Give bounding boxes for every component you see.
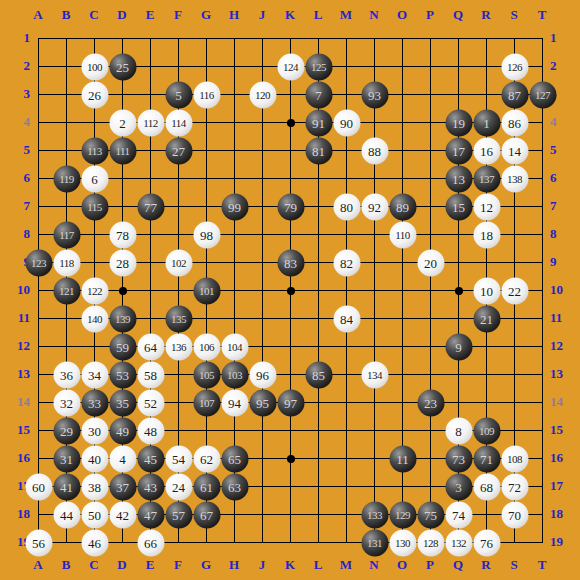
stone-black-K9[interactable]: 83 — [277, 249, 304, 276]
stone-black-C14[interactable]: 33 — [81, 389, 108, 416]
row-label-right-6: 6 — [550, 171, 576, 185]
stone-black-E16[interactable]: 45 — [137, 445, 164, 472]
stone-white-J3[interactable]: 120 — [249, 81, 276, 108]
stone-white-G3[interactable]: 116 — [193, 81, 220, 108]
col-label-bottom-Q: Q — [445, 558, 471, 572]
stone-white-A19[interactable]: 56 — [25, 529, 52, 556]
stone-black-D2[interactable]: 25 — [109, 53, 136, 80]
stone-white-F4[interactable]: 114 — [165, 109, 192, 136]
stone-white-C17[interactable]: 38 — [81, 473, 108, 500]
stone-white-D9[interactable]: 28 — [109, 249, 136, 276]
star-point-K4 — [287, 119, 295, 127]
col-label-top-L: L — [305, 8, 331, 22]
stone-white-D8[interactable]: 78 — [109, 221, 136, 248]
stone-black-Q4[interactable]: 19 — [445, 109, 472, 136]
stone-white-B9[interactable]: 118 — [53, 249, 80, 276]
stone-black-R15[interactable]: 109 — [473, 417, 500, 444]
stone-white-A17[interactable]: 60 — [25, 473, 52, 500]
stone-black-A9[interactable]: 123 — [25, 249, 52, 276]
col-label-bottom-A: A — [25, 558, 51, 572]
stone-black-P18[interactable]: 75 — [417, 501, 444, 528]
stone-black-G17[interactable]: 61 — [193, 473, 220, 500]
stone-white-M9[interactable]: 82 — [333, 249, 360, 276]
stone-white-E19[interactable]: 66 — [137, 529, 164, 556]
stone-white-O19[interactable]: 130 — [389, 529, 416, 556]
stone-white-H14[interactable]: 94 — [221, 389, 248, 416]
stone-black-G18[interactable]: 67 — [193, 501, 220, 528]
stone-black-R16[interactable]: 71 — [473, 445, 500, 472]
col-label-bottom-P: P — [417, 558, 443, 572]
stone-white-F12[interactable]: 136 — [165, 333, 192, 360]
col-label-top-G: G — [193, 8, 219, 22]
row-label-left-1: 1 — [4, 31, 30, 45]
stone-black-D5[interactable]: 111 — [109, 137, 136, 164]
row-label-left-5: 5 — [4, 143, 30, 157]
col-label-bottom-O: O — [389, 558, 415, 572]
row-label-right-1: 1 — [550, 31, 576, 45]
stone-black-N3[interactable]: 93 — [361, 81, 388, 108]
stone-black-G10[interactable]: 101 — [193, 277, 220, 304]
stone-white-S18[interactable]: 70 — [501, 501, 528, 528]
stone-white-E4[interactable]: 112 — [137, 109, 164, 136]
row-label-left-18: 18 — [4, 507, 30, 521]
stone-black-G14[interactable]: 107 — [193, 389, 220, 416]
row-label-left-2: 2 — [4, 59, 30, 73]
row-label-left-13: 13 — [4, 367, 30, 381]
stone-white-D16[interactable]: 4 — [109, 445, 136, 472]
col-label-bottom-D: D — [109, 558, 135, 572]
stone-white-R19[interactable]: 76 — [473, 529, 500, 556]
row-label-right-19: 19 — [550, 535, 576, 549]
stone-white-C19[interactable]: 46 — [81, 529, 108, 556]
star-point-Q10 — [455, 287, 463, 295]
stone-white-C11[interactable]: 140 — [81, 305, 108, 332]
row-label-left-3: 3 — [4, 87, 30, 101]
col-label-bottom-C: C — [81, 558, 107, 572]
row-label-left-12: 12 — [4, 339, 30, 353]
row-label-right-8: 8 — [550, 227, 576, 241]
stone-white-G16[interactable]: 62 — [193, 445, 220, 472]
col-label-top-P: P — [417, 8, 443, 22]
row-label-left-8: 8 — [4, 227, 30, 241]
col-label-top-M: M — [333, 8, 359, 22]
stone-white-C18[interactable]: 50 — [81, 501, 108, 528]
stone-white-E15[interactable]: 48 — [137, 417, 164, 444]
stone-white-R8[interactable]: 18 — [473, 221, 500, 248]
stone-white-S4[interactable]: 86 — [501, 109, 528, 136]
row-label-right-17: 17 — [550, 479, 576, 493]
stone-black-D15[interactable]: 49 — [109, 417, 136, 444]
col-label-bottom-M: M — [333, 558, 359, 572]
stone-white-C10[interactable]: 122 — [81, 277, 108, 304]
stone-black-C5[interactable]: 113 — [81, 137, 108, 164]
stone-black-R6[interactable]: 137 — [473, 165, 500, 192]
stone-black-H7[interactable]: 99 — [221, 193, 248, 220]
col-label-bottom-F: F — [165, 558, 191, 572]
stone-white-O8[interactable]: 110 — [389, 221, 416, 248]
col-label-top-O: O — [389, 8, 415, 22]
stone-white-K2[interactable]: 124 — [277, 53, 304, 80]
row-label-left-7: 7 — [4, 199, 30, 213]
stone-white-D18[interactable]: 42 — [109, 501, 136, 528]
stone-black-K14[interactable]: 97 — [277, 389, 304, 416]
stone-black-F3[interactable]: 5 — [165, 81, 192, 108]
row-label-right-14: 14 — [550, 395, 576, 409]
stone-white-B18[interactable]: 44 — [53, 501, 80, 528]
row-label-right-13: 13 — [550, 367, 576, 381]
row-label-right-4: 4 — [550, 115, 576, 129]
stone-black-Q6[interactable]: 13 — [445, 165, 472, 192]
col-label-bottom-E: E — [137, 558, 163, 572]
stone-black-G13[interactable]: 105 — [193, 361, 220, 388]
stone-white-G12[interactable]: 106 — [193, 333, 220, 360]
stone-black-Q16[interactable]: 73 — [445, 445, 472, 472]
stone-white-S6[interactable]: 138 — [501, 165, 528, 192]
stone-black-D11[interactable]: 139 — [109, 305, 136, 332]
stone-white-N7[interactable]: 92 — [361, 193, 388, 220]
stone-black-H17[interactable]: 63 — [221, 473, 248, 500]
stone-black-Q17[interactable]: 3 — [445, 473, 472, 500]
stone-black-O7[interactable]: 89 — [389, 193, 416, 220]
stone-black-Q12[interactable]: 9 — [445, 333, 472, 360]
stone-black-D13[interactable]: 53 — [109, 361, 136, 388]
go-board[interactable]: AABBCCDDEEFFGGHHJJKKLLMMNNOOPPQQRRSSTT11… — [0, 0, 580, 580]
stone-white-C6[interactable]: 6 — [81, 165, 108, 192]
stone-black-H13[interactable]: 103 — [221, 361, 248, 388]
stone-white-R17[interactable]: 68 — [473, 473, 500, 500]
stone-white-E12[interactable]: 64 — [137, 333, 164, 360]
col-label-top-T: T — [529, 8, 555, 22]
stone-white-R10[interactable]: 10 — [473, 277, 500, 304]
stone-black-E7[interactable]: 77 — [137, 193, 164, 220]
star-point-D10 — [119, 287, 127, 295]
stone-white-C3[interactable]: 26 — [81, 81, 108, 108]
stone-black-K7[interactable]: 79 — [277, 193, 304, 220]
stone-black-F5[interactable]: 27 — [165, 137, 192, 164]
stone-white-D4[interactable]: 2 — [109, 109, 136, 136]
row-label-right-18: 18 — [550, 507, 576, 521]
grid-line-vertical — [374, 38, 375, 543]
stone-black-O18[interactable]: 129 — [389, 501, 416, 528]
col-label-top-J: J — [249, 8, 275, 22]
col-label-top-H: H — [221, 8, 247, 22]
stone-black-N18[interactable]: 133 — [361, 501, 388, 528]
stone-white-Q15[interactable]: 8 — [445, 417, 472, 444]
col-label-top-N: N — [361, 8, 387, 22]
grid-line-vertical — [430, 38, 431, 543]
col-label-bottom-B: B — [53, 558, 79, 572]
col-label-bottom-L: L — [305, 558, 331, 572]
stone-black-L2[interactable]: 125 — [305, 53, 332, 80]
row-label-left-15: 15 — [4, 423, 30, 437]
row-label-left-16: 16 — [4, 451, 30, 465]
stone-black-L3[interactable]: 7 — [305, 81, 332, 108]
stone-white-G8[interactable]: 98 — [193, 221, 220, 248]
col-label-bottom-G: G — [193, 558, 219, 572]
stone-black-Q7[interactable]: 15 — [445, 193, 472, 220]
stone-white-Q19[interactable]: 132 — [445, 529, 472, 556]
stone-black-R11[interactable]: 21 — [473, 305, 500, 332]
stone-white-P19[interactable]: 128 — [417, 529, 444, 556]
col-label-top-C: C — [81, 8, 107, 22]
col-label-bottom-R: R — [473, 558, 499, 572]
col-label-bottom-J: J — [249, 558, 275, 572]
row-label-right-7: 7 — [550, 199, 576, 213]
row-label-right-12: 12 — [550, 339, 576, 353]
stone-white-S17[interactable]: 72 — [501, 473, 528, 500]
stone-white-E13[interactable]: 58 — [137, 361, 164, 388]
stone-white-B14[interactable]: 32 — [53, 389, 80, 416]
col-label-bottom-H: H — [221, 558, 247, 572]
stone-black-H16[interactable]: 65 — [221, 445, 248, 472]
row-label-left-10: 10 — [4, 283, 30, 297]
row-label-right-5: 5 — [550, 143, 576, 157]
col-label-top-A: A — [25, 8, 51, 22]
col-label-top-B: B — [53, 8, 79, 22]
stone-white-F17[interactable]: 24 — [165, 473, 192, 500]
stone-white-N5[interactable]: 88 — [361, 137, 388, 164]
stone-black-E17[interactable]: 43 — [137, 473, 164, 500]
col-label-bottom-T: T — [529, 558, 555, 572]
stone-white-H12[interactable]: 104 — [221, 333, 248, 360]
col-label-bottom-S: S — [501, 558, 527, 572]
stone-black-B8[interactable]: 117 — [53, 221, 80, 248]
col-label-top-E: E — [137, 8, 163, 22]
stone-black-B15[interactable]: 29 — [53, 417, 80, 444]
stone-white-Q18[interactable]: 74 — [445, 501, 472, 528]
stone-black-D14[interactable]: 35 — [109, 389, 136, 416]
grid-line-vertical — [542, 38, 543, 543]
stone-white-M7[interactable]: 80 — [333, 193, 360, 220]
row-label-right-10: 10 — [550, 283, 576, 297]
col-label-top-F: F — [165, 8, 191, 22]
stone-white-N13[interactable]: 134 — [361, 361, 388, 388]
stone-black-D12[interactable]: 59 — [109, 333, 136, 360]
stone-white-F16[interactable]: 54 — [165, 445, 192, 472]
col-label-top-R: R — [473, 8, 499, 22]
star-point-K10 — [287, 287, 295, 295]
stone-white-C16[interactable]: 40 — [81, 445, 108, 472]
stone-black-B16[interactable]: 31 — [53, 445, 80, 472]
stone-white-C15[interactable]: 30 — [81, 417, 108, 444]
stone-black-O16[interactable]: 11 — [389, 445, 416, 472]
stone-white-J13[interactable]: 96 — [249, 361, 276, 388]
stone-white-S5[interactable]: 14 — [501, 137, 528, 164]
stone-white-M11[interactable]: 84 — [333, 305, 360, 332]
col-label-top-Q: Q — [445, 8, 471, 22]
row-label-right-16: 16 — [550, 451, 576, 465]
stone-black-T3[interactable]: 127 — [529, 81, 556, 108]
stone-black-B6[interactable]: 119 — [53, 165, 80, 192]
stone-black-S3[interactable]: 87 — [501, 81, 528, 108]
stone-black-F11[interactable]: 135 — [165, 305, 192, 332]
stone-white-S2[interactable]: 126 — [501, 53, 528, 80]
stone-black-B17[interactable]: 41 — [53, 473, 80, 500]
col-label-top-K: K — [277, 8, 303, 22]
row-label-right-11: 11 — [550, 311, 576, 325]
row-label-right-2: 2 — [550, 59, 576, 73]
row-label-left-14: 14 — [4, 395, 30, 409]
stone-black-N19[interactable]: 131 — [361, 529, 388, 556]
stone-black-L5[interactable]: 81 — [305, 137, 332, 164]
stone-white-M4[interactable]: 90 — [333, 109, 360, 136]
stone-black-E18[interactable]: 47 — [137, 501, 164, 528]
stone-white-F9[interactable]: 102 — [165, 249, 192, 276]
stone-white-S10[interactable]: 22 — [501, 277, 528, 304]
row-label-left-4: 4 — [4, 115, 30, 129]
stone-black-B10[interactable]: 121 — [53, 277, 80, 304]
row-label-right-9: 9 — [550, 255, 576, 269]
stone-black-J14[interactable]: 95 — [249, 389, 276, 416]
col-label-top-D: D — [109, 8, 135, 22]
stone-white-E14[interactable]: 52 — [137, 389, 164, 416]
row-label-right-15: 15 — [550, 423, 576, 437]
row-label-left-6: 6 — [4, 171, 30, 185]
stone-black-P14[interactable]: 23 — [417, 389, 444, 416]
stone-black-R4[interactable]: 1 — [473, 109, 500, 136]
star-point-K16 — [287, 455, 295, 463]
col-label-bottom-N: N — [361, 558, 387, 572]
stone-white-S16[interactable]: 108 — [501, 445, 528, 472]
stone-white-R5[interactable]: 16 — [473, 137, 500, 164]
col-label-top-S: S — [501, 8, 527, 22]
col-label-bottom-K: K — [277, 558, 303, 572]
stone-black-L13[interactable]: 85 — [305, 361, 332, 388]
stone-black-Q5[interactable]: 17 — [445, 137, 472, 164]
stone-white-C2[interactable]: 100 — [81, 53, 108, 80]
row-label-left-11: 11 — [4, 311, 30, 325]
stone-white-P9[interactable]: 20 — [417, 249, 444, 276]
stone-white-B13[interactable]: 36 — [53, 361, 80, 388]
stone-black-L4[interactable]: 91 — [305, 109, 332, 136]
stone-white-C13[interactable]: 34 — [81, 361, 108, 388]
stone-white-R7[interactable]: 12 — [473, 193, 500, 220]
stone-black-D17[interactable]: 37 — [109, 473, 136, 500]
stone-black-F18[interactable]: 57 — [165, 501, 192, 528]
stone-black-C7[interactable]: 115 — [81, 193, 108, 220]
